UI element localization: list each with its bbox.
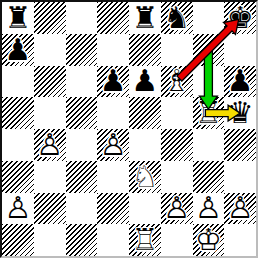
square-h8[interactable]: ♚ (224, 2, 256, 34)
square-b2[interactable] (34, 193, 66, 225)
piece-outline-layer: ♙ (97, 129, 129, 161)
square-f4[interactable] (161, 129, 193, 161)
square-c5[interactable] (66, 97, 98, 129)
square-b4[interactable]: ♟♙ (34, 129, 66, 161)
piece-white-knight[interactable]: ♞♘ (129, 161, 161, 193)
square-g5[interactable]: ♜♖ (193, 97, 225, 129)
piece-black-pawn[interactable]: ♟ (2, 34, 34, 66)
piece-outline-layer: ♖ (193, 97, 225, 129)
piece-outline-layer: ♙ (224, 193, 256, 225)
piece-outline-layer: ♘ (129, 161, 161, 193)
square-h7[interactable] (224, 34, 256, 66)
piece-black-pawn[interactable]: ♟ (97, 66, 129, 98)
square-g7[interactable] (193, 34, 225, 66)
square-f8[interactable]: ♞ (161, 2, 193, 34)
square-d5[interactable] (97, 97, 129, 129)
square-e4[interactable] (129, 129, 161, 161)
square-b1[interactable] (34, 224, 66, 256)
piece-white-rook[interactable]: ♜♖ (193, 97, 225, 129)
piece-white-pawn[interactable]: ♟♙ (224, 193, 256, 225)
square-c3[interactable] (66, 161, 98, 193)
square-b7[interactable] (34, 34, 66, 66)
square-d6[interactable]: ♟ (97, 66, 129, 98)
square-c7[interactable] (66, 34, 98, 66)
square-h5[interactable]: ♛ (224, 97, 256, 129)
piece-white-king[interactable]: ♚♔ (193, 224, 225, 256)
square-d1[interactable] (97, 224, 129, 256)
piece-black-pawn[interactable]: ♟ (224, 66, 256, 98)
square-a1[interactable] (2, 224, 34, 256)
square-c1[interactable] (66, 224, 98, 256)
piece-glyph: ♜ (2, 2, 34, 34)
piece-outline-layer: ♙ (2, 193, 34, 225)
square-g4[interactable] (193, 129, 225, 161)
square-f5[interactable] (161, 97, 193, 129)
piece-fill-layer: ♟ (224, 193, 256, 225)
piece-white-bishop[interactable]: ♝♗ (161, 66, 193, 98)
piece-outline-layer: ♔ (193, 224, 225, 256)
square-a6[interactable] (2, 66, 34, 98)
square-g3[interactable] (193, 161, 225, 193)
square-a3[interactable] (2, 161, 34, 193)
piece-fill-layer: ♟ (161, 193, 193, 225)
piece-black-knight[interactable]: ♞ (161, 2, 193, 34)
square-d7[interactable] (97, 34, 129, 66)
piece-fill-layer: ♟ (97, 129, 129, 161)
square-f7[interactable] (161, 34, 193, 66)
square-a5[interactable] (2, 97, 34, 129)
piece-glyph: ♟ (97, 66, 129, 98)
square-a8[interactable]: ♜ (2, 2, 34, 34)
piece-white-pawn[interactable]: ♟♙ (2, 193, 34, 225)
piece-glyph: ♜ (129, 2, 161, 34)
piece-fill-layer: ♞ (129, 161, 161, 193)
piece-white-pawn[interactable]: ♟♙ (97, 129, 129, 161)
piece-fill-layer: ♟ (193, 193, 225, 225)
square-e8[interactable]: ♜ (129, 2, 161, 34)
piece-outline-layer: ♙ (193, 193, 225, 225)
square-b3[interactable] (34, 161, 66, 193)
piece-black-pawn[interactable]: ♟ (129, 66, 161, 98)
square-g8[interactable] (193, 2, 225, 34)
square-c6[interactable] (66, 66, 98, 98)
piece-glyph: ♟ (129, 66, 161, 98)
piece-white-pawn[interactable]: ♟♙ (161, 193, 193, 225)
piece-outline-layer: ♙ (34, 129, 66, 161)
piece-glyph: ♚ (224, 2, 256, 34)
piece-white-pawn[interactable]: ♟♙ (34, 129, 66, 161)
piece-outline-layer: ♖ (129, 224, 161, 256)
piece-black-queen[interactable]: ♛ (224, 97, 256, 129)
piece-black-king[interactable]: ♚ (224, 2, 256, 34)
square-h2[interactable]: ♟♙ (224, 193, 256, 225)
square-b5[interactable] (34, 97, 66, 129)
piece-glyph: ♟ (2, 34, 34, 66)
square-f1[interactable] (161, 224, 193, 256)
square-g6[interactable] (193, 66, 225, 98)
piece-fill-layer: ♟ (34, 129, 66, 161)
piece-fill-layer: ♚ (193, 224, 225, 256)
square-e1[interactable]: ♜♖ (129, 224, 161, 256)
square-d3[interactable] (97, 161, 129, 193)
piece-glyph: ♛ (224, 97, 256, 129)
piece-fill-layer: ♟ (2, 193, 34, 225)
piece-white-pawn[interactable]: ♟♙ (193, 193, 225, 225)
chess-board: ♜♜♞♚♟♟♟♝♗♟♜♖♛♟♙♟♙♞♘♟♙♟♙♟♙♟♙♜♖♚♔ (0, 0, 258, 258)
piece-black-rook[interactable]: ♜ (129, 2, 161, 34)
square-b6[interactable] (34, 66, 66, 98)
square-e3[interactable]: ♞♘ (129, 161, 161, 193)
square-h3[interactable] (224, 161, 256, 193)
square-h6[interactable]: ♟ (224, 66, 256, 98)
square-a4[interactable] (2, 129, 34, 161)
piece-white-rook[interactable]: ♜♖ (129, 224, 161, 256)
square-d2[interactable] (97, 193, 129, 225)
piece-fill-layer: ♜ (129, 224, 161, 256)
square-h1[interactable] (224, 224, 256, 256)
piece-fill-layer: ♝ (161, 66, 193, 98)
square-a2[interactable]: ♟♙ (2, 193, 34, 225)
square-c4[interactable] (66, 129, 98, 161)
piece-glyph: ♞ (161, 2, 193, 34)
square-c8[interactable] (66, 2, 98, 34)
square-e6[interactable]: ♟ (129, 66, 161, 98)
square-d8[interactable] (97, 2, 129, 34)
square-e7[interactable] (129, 34, 161, 66)
chess-diagram: ♜♜♞♚♟♟♟♝♗♟♜♖♛♟♙♟♙♞♘♟♙♟♙♟♙♟♙♜♖♚♔ (0, 0, 258, 258)
piece-fill-layer: ♜ (193, 97, 225, 129)
piece-outline-layer: ♙ (161, 193, 193, 225)
square-g2[interactable]: ♟♙ (193, 193, 225, 225)
square-d4[interactable]: ♟♙ (97, 129, 129, 161)
square-f2[interactable]: ♟♙ (161, 193, 193, 225)
board-squares: ♜♜♞♚♟♟♟♝♗♟♜♖♛♟♙♟♙♞♘♟♙♟♙♟♙♟♙♜♖♚♔ (2, 2, 256, 256)
square-h4[interactable] (224, 129, 256, 161)
piece-black-rook[interactable]: ♜ (2, 2, 34, 34)
square-e2[interactable] (129, 193, 161, 225)
square-f6[interactable]: ♝♗ (161, 66, 193, 98)
piece-glyph: ♟ (224, 66, 256, 98)
square-b8[interactable] (34, 2, 66, 34)
square-f3[interactable] (161, 161, 193, 193)
square-c2[interactable] (66, 193, 98, 225)
square-g1[interactable]: ♚♔ (193, 224, 225, 256)
piece-outline-layer: ♗ (161, 66, 193, 98)
square-e5[interactable] (129, 97, 161, 129)
square-a7[interactable]: ♟ (2, 34, 34, 66)
